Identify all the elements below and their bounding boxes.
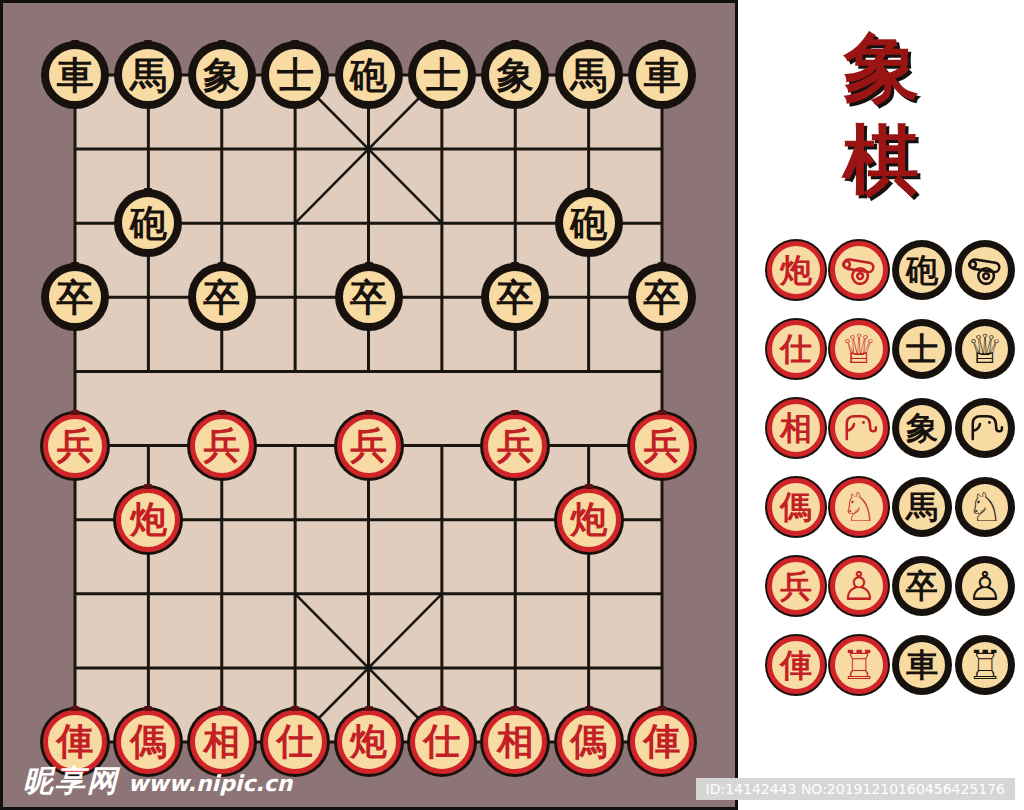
piece-char: 仕	[277, 723, 314, 760]
legend-row-rook: 俥♖車♖	[767, 636, 1024, 694]
knight-glyph: ♘	[841, 487, 877, 527]
legend-red-char: 俥	[780, 649, 812, 681]
piece-char: 兵	[350, 427, 387, 464]
piece-black-c3r1[interactable]: 象	[190, 43, 254, 107]
legend-red-char: 兵	[780, 570, 812, 602]
queen-glyph: ♕	[841, 329, 877, 369]
board-grid	[0, 0, 738, 810]
piece-red-c9r10[interactable]: 俥	[630, 710, 694, 774]
piece-red-c8r10[interactable]: 傌	[557, 710, 621, 774]
legend-row-cannon: 炮砲	[767, 241, 1024, 299]
piece-char: 卒	[644, 279, 681, 316]
queen-glyph: ♕	[967, 329, 1003, 369]
legend-red-cannon-char: 炮	[767, 241, 825, 299]
legend-black-cannon-icon	[956, 241, 1014, 299]
piece-char: 象	[203, 57, 240, 94]
title-char-qi: 棋	[738, 114, 1024, 206]
piece-red-c3r6[interactable]: 兵	[190, 414, 254, 478]
piece-legend: 炮砲仕♕士♕相象傌♘馬♘兵♙卒♙俥♖車♖	[738, 241, 1024, 694]
piece-black-c5r4[interactable]: 卒	[337, 265, 401, 329]
rook-glyph: ♖	[841, 645, 877, 685]
piece-black-c9r1[interactable]: 車	[630, 43, 694, 107]
piece-black-c1r4[interactable]: 卒	[43, 265, 107, 329]
legend-row-elephant: 相象	[767, 399, 1024, 457]
piece-char: 象	[497, 57, 534, 94]
piece-black-c6r1[interactable]: 士	[410, 43, 474, 107]
piece-char: 兵	[644, 427, 681, 464]
piece-black-c9r4[interactable]: 卒	[630, 265, 694, 329]
legend-black-char: 砲	[906, 254, 938, 286]
piece-char: 相	[203, 723, 240, 760]
watermark: 昵享网 www.nipic.cn	[23, 761, 293, 802]
legend-black-elephant-icon	[956, 399, 1014, 457]
piece-char: 兵	[203, 427, 240, 464]
piece-red-c7r6[interactable]: 兵	[483, 414, 547, 478]
piece-black-c1r1[interactable]: 車	[43, 43, 107, 107]
legend-black-rook-icon: ♖	[956, 636, 1014, 694]
legend-red-char: 炮	[780, 254, 812, 286]
piece-char: 炮	[570, 501, 607, 538]
rook-glyph: ♖	[967, 645, 1003, 685]
piece-red-c7r10[interactable]: 相	[483, 710, 547, 774]
legend-black-char: 馬	[906, 491, 938, 523]
piece-char: 兵	[497, 427, 534, 464]
legend-black-cannon-char: 砲	[893, 241, 951, 299]
piece-black-c5r1[interactable]: 砲	[337, 43, 401, 107]
piece-char: 相	[497, 723, 534, 760]
xiangqi-board: 車馬象士砲士象馬車砲砲卒卒卒卒卒兵兵兵兵兵炮炮俥傌相仕炮仕相傌俥 昵享网 www…	[0, 0, 738, 810]
legend-red-char: 仕	[780, 333, 812, 365]
piece-red-c6r10[interactable]: 仕	[410, 710, 474, 774]
legend-black-queen-icon: ♕	[956, 320, 1014, 378]
legend-red-pawn-char: 兵	[767, 557, 825, 615]
piece-char: 士	[277, 57, 314, 94]
page-title: 象 棋	[738, 22, 1024, 206]
piece-char: 馬	[570, 57, 607, 94]
legend-red-pawn-icon: ♙	[830, 557, 888, 615]
legend-red-elephant-icon	[830, 399, 888, 457]
legend-black-queen-char: 士	[893, 320, 951, 378]
piece-red-c1r6[interactable]: 兵	[43, 414, 107, 478]
piece-black-c8r1[interactable]: 馬	[557, 43, 621, 107]
piece-char: 卒	[497, 279, 534, 316]
legend-black-char: 象	[906, 412, 938, 444]
watermark-site-name: 昵享网	[23, 761, 119, 802]
piece-char: 仕	[423, 723, 460, 760]
legend-row-knight: 傌♘馬♘	[767, 478, 1024, 536]
legend-row-pawn: 兵♙卒♙	[767, 557, 1024, 615]
piece-char: 砲	[570, 205, 607, 242]
legend-red-elephant-char: 相	[767, 399, 825, 457]
screenshot-root: 車馬象士砲士象馬車砲砲卒卒卒卒卒兵兵兵兵兵炮炮俥傌相仕炮仕相傌俥 昵享网 www…	[0, 0, 1024, 810]
legend-row-queen: 仕♕士♕	[767, 320, 1024, 378]
piece-char: 士	[423, 57, 460, 94]
legend-red-knight-icon: ♘	[830, 478, 888, 536]
legend-red-rook-char: 俥	[767, 636, 825, 694]
legend-red-queen-icon: ♕	[830, 320, 888, 378]
watermark-url: www.nipic.cn	[128, 771, 293, 796]
piece-char: 炮	[350, 723, 387, 760]
title-char-xiang: 象	[738, 22, 1024, 114]
id-badge: ID:14142443 NO:20191210160456425176	[696, 778, 1015, 800]
piece-black-c7r1[interactable]: 象	[483, 43, 547, 107]
piece-red-c9r6[interactable]: 兵	[630, 414, 694, 478]
legend-black-knight-char: 馬	[893, 478, 951, 536]
legend-red-knight-char: 傌	[767, 478, 825, 536]
legend-black-elephant-char: 象	[893, 399, 951, 457]
piece-black-c3r4[interactable]: 卒	[190, 265, 254, 329]
side-panel: 象 棋 炮砲仕♕士♕相象傌♘馬♘兵♙卒♙俥♖車♖	[738, 0, 1024, 810]
piece-char: 車	[57, 57, 94, 94]
piece-black-c2r1[interactable]: 馬	[116, 43, 180, 107]
piece-char: 車	[644, 57, 681, 94]
piece-black-c8r3[interactable]: 砲	[557, 191, 621, 255]
piece-red-c5r10[interactable]: 炮	[337, 710, 401, 774]
piece-char: 傌	[130, 723, 167, 760]
legend-red-char: 傌	[780, 491, 812, 523]
piece-char: 卒	[203, 279, 240, 316]
legend-red-rook-icon: ♖	[830, 636, 888, 694]
piece-red-c5r6[interactable]: 兵	[337, 414, 401, 478]
piece-red-c8r7[interactable]: 炮	[557, 488, 621, 552]
piece-char: 卒	[350, 279, 387, 316]
piece-black-c2r3[interactable]: 砲	[116, 191, 180, 255]
knight-glyph: ♘	[967, 487, 1003, 527]
legend-red-queen-char: 仕	[767, 320, 825, 378]
legend-black-char: 車	[906, 649, 938, 681]
piece-char: 俥	[644, 723, 681, 760]
legend-black-char: 卒	[906, 570, 938, 602]
legend-black-char: 士	[906, 333, 938, 365]
pawn-glyph: ♙	[967, 566, 1003, 606]
piece-red-c2r7[interactable]: 炮	[116, 488, 180, 552]
piece-char: 炮	[130, 501, 167, 538]
legend-red-cannon-icon	[830, 241, 888, 299]
piece-char: 砲	[130, 205, 167, 242]
piece-char: 砲	[350, 57, 387, 94]
piece-char: 馬	[130, 57, 167, 94]
piece-char: 傌	[570, 723, 607, 760]
piece-char: 俥	[57, 723, 94, 760]
legend-black-knight-icon: ♘	[956, 478, 1014, 536]
piece-char: 卒	[57, 279, 94, 316]
piece-char: 兵	[57, 427, 94, 464]
legend-black-pawn-icon: ♙	[956, 557, 1014, 615]
pawn-glyph: ♙	[841, 566, 877, 606]
piece-black-c4r1[interactable]: 士	[263, 43, 327, 107]
legend-black-pawn-char: 卒	[893, 557, 951, 615]
legend-black-rook-char: 車	[893, 636, 951, 694]
legend-red-char: 相	[780, 412, 812, 444]
piece-black-c7r4[interactable]: 卒	[483, 265, 547, 329]
